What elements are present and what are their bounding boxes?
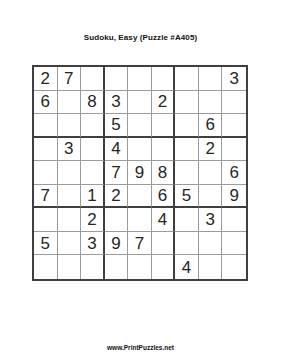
cell-r6c1: 7 xyxy=(34,185,58,209)
cell-r1c3 xyxy=(81,67,105,91)
cell-r2c8 xyxy=(199,91,223,115)
cell-r9c9 xyxy=(222,255,246,279)
cell-r9c2 xyxy=(58,255,82,279)
cell-r6c9: 9 xyxy=(222,185,246,209)
cell-r4c5 xyxy=(128,138,152,162)
cell-r7c8: 3 xyxy=(199,208,223,232)
cell-r5c6: 8 xyxy=(152,161,176,185)
cell-r4c7 xyxy=(175,138,199,162)
cell-r4c3 xyxy=(81,138,105,162)
cell-r2c5 xyxy=(128,91,152,115)
cell-r2c3: 8 xyxy=(81,91,105,115)
cell-r5c5: 9 xyxy=(128,161,152,185)
cell-r1c8 xyxy=(199,67,223,91)
cell-r3c4: 5 xyxy=(105,114,129,138)
cell-r1c2: 7 xyxy=(58,67,82,91)
cell-r6c3: 1 xyxy=(81,185,105,209)
cell-r1c5 xyxy=(128,67,152,91)
cell-r8c3: 3 xyxy=(81,232,105,256)
cell-r6c5 xyxy=(128,185,152,209)
cell-r4c4: 4 xyxy=(105,138,129,162)
cell-r7c6: 4 xyxy=(152,208,176,232)
puzzle-title: Sudoku, Easy (Puzzle #A405) xyxy=(0,33,281,42)
cell-r2c7 xyxy=(175,91,199,115)
footer-url: www.PrintPuzzles.net xyxy=(0,344,281,351)
cell-r1c7 xyxy=(175,67,199,91)
cell-r1c9: 3 xyxy=(222,67,246,91)
cell-r3c6 xyxy=(152,114,176,138)
cell-r6c2 xyxy=(58,185,82,209)
cell-r5c9: 6 xyxy=(222,161,246,185)
cell-r4c1 xyxy=(34,138,58,162)
cell-r3c1 xyxy=(34,114,58,138)
cell-r7c9 xyxy=(222,208,246,232)
cell-r3c7 xyxy=(175,114,199,138)
cell-r4c9 xyxy=(222,138,246,162)
cell-r7c2 xyxy=(58,208,82,232)
sudoku-printable-page: Sudoku, Easy (Puzzle #A405) 273683256342… xyxy=(0,0,281,363)
cell-r3c5 xyxy=(128,114,152,138)
cell-r2c2 xyxy=(58,91,82,115)
cell-r4c2: 3 xyxy=(58,138,82,162)
cell-r7c5 xyxy=(128,208,152,232)
cell-r5c4: 7 xyxy=(105,161,129,185)
sudoku-grid: 273683256342798671265924353974 xyxy=(32,65,248,281)
cell-r2c9 xyxy=(222,91,246,115)
cell-r8c1: 5 xyxy=(34,232,58,256)
cell-r9c4 xyxy=(105,255,129,279)
cell-r8c5: 7 xyxy=(128,232,152,256)
cell-r8c6 xyxy=(152,232,176,256)
cell-r9c3 xyxy=(81,255,105,279)
cell-r7c4 xyxy=(105,208,129,232)
cell-r1c1: 2 xyxy=(34,67,58,91)
cell-r3c8: 6 xyxy=(199,114,223,138)
cell-r2c1: 6 xyxy=(34,91,58,115)
cell-r8c7 xyxy=(175,232,199,256)
cell-r5c1 xyxy=(34,161,58,185)
cell-r5c8 xyxy=(199,161,223,185)
cell-r1c6 xyxy=(152,67,176,91)
cell-r7c1 xyxy=(34,208,58,232)
cell-r5c2 xyxy=(58,161,82,185)
cell-r5c7 xyxy=(175,161,199,185)
cell-r6c8 xyxy=(199,185,223,209)
cell-r6c4: 2 xyxy=(105,185,129,209)
cell-r7c3: 2 xyxy=(81,208,105,232)
cell-r1c4 xyxy=(105,67,129,91)
cell-r3c2 xyxy=(58,114,82,138)
cell-r2c6: 2 xyxy=(152,91,176,115)
cell-r3c3 xyxy=(81,114,105,138)
cell-r3c9 xyxy=(222,114,246,138)
cell-r9c5 xyxy=(128,255,152,279)
cell-r5c3 xyxy=(81,161,105,185)
cell-r8c2 xyxy=(58,232,82,256)
cell-r6c7: 5 xyxy=(175,185,199,209)
cell-r4c8: 2 xyxy=(199,138,223,162)
cell-r8c8 xyxy=(199,232,223,256)
cell-r9c6 xyxy=(152,255,176,279)
cell-r9c1 xyxy=(34,255,58,279)
cell-r8c9 xyxy=(222,232,246,256)
cell-r4c6 xyxy=(152,138,176,162)
cell-r9c7: 4 xyxy=(175,255,199,279)
cell-r6c6: 6 xyxy=(152,185,176,209)
cell-r9c8 xyxy=(199,255,223,279)
cell-r2c4: 3 xyxy=(105,91,129,115)
cell-r8c4: 9 xyxy=(105,232,129,256)
cell-r7c7 xyxy=(175,208,199,232)
